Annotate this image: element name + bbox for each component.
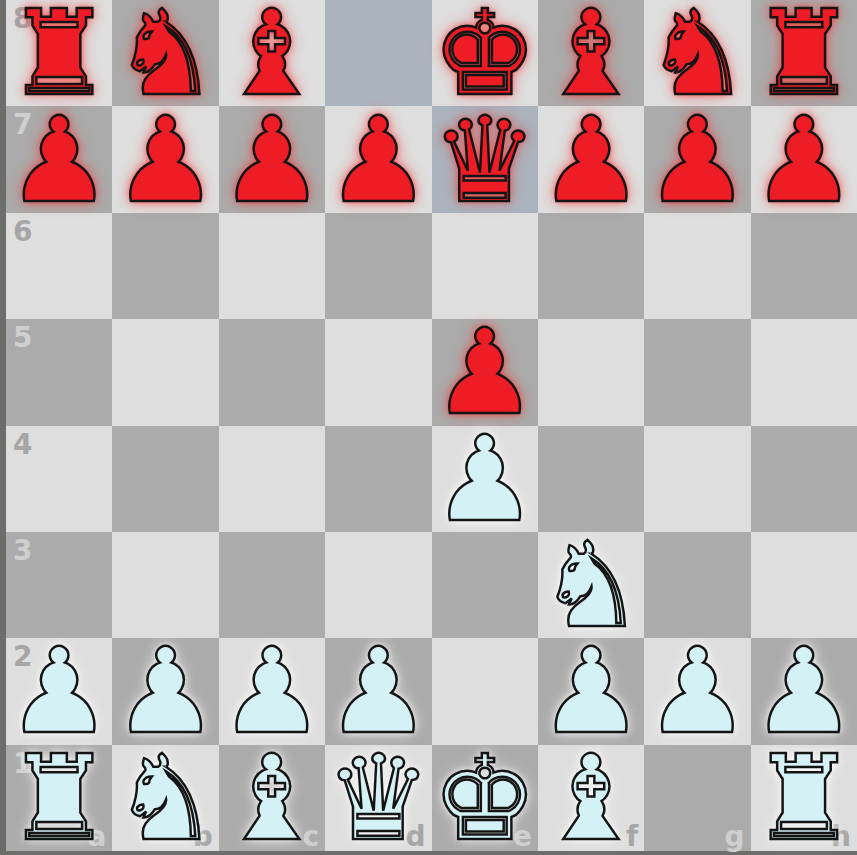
square-a4[interactable]: 4 [6,426,112,532]
piece-white-rook-a1[interactable]: ♜ [6,745,112,851]
square-a7[interactable]: 7♟ [6,106,112,212]
square-g4[interactable] [644,426,750,532]
square-f7[interactable]: ♟ [538,106,644,212]
square-c7[interactable]: ♟ [219,106,325,212]
piece-red-pawn-b7[interactable]: ♟ [112,106,218,212]
square-b6[interactable] [112,213,218,319]
square-c1[interactable]: c♝ [219,745,325,851]
rank-label-3: 3 [13,534,32,567]
square-a1[interactable]: 1a♜ [6,745,112,851]
square-e1[interactable]: e♚ [432,745,538,851]
piece-red-pawn-f7[interactable]: ♟ [538,106,644,212]
piece-white-king-e1[interactable]: ♚ [432,745,538,851]
square-d6[interactable] [325,213,431,319]
piece-white-rook-h1[interactable]: ♜ [751,745,857,851]
square-g7[interactable]: ♟ [644,106,750,212]
square-d5[interactable] [325,319,431,425]
square-b4[interactable] [112,426,218,532]
square-c6[interactable] [219,213,325,319]
square-h5[interactable] [751,319,857,425]
square-d7[interactable]: ♟ [325,106,431,212]
square-d4[interactable] [325,426,431,532]
square-c4[interactable] [219,426,325,532]
piece-white-knight-b1[interactable]: ♞ [112,745,218,851]
piece-red-pawn-g7[interactable]: ♟ [644,106,750,212]
piece-white-bishop-f1[interactable]: ♝ [538,745,644,851]
square-f1[interactable]: f♝ [538,745,644,851]
square-g2[interactable]: ♟ [644,638,750,744]
piece-white-queen-d1[interactable]: ♛ [325,745,431,851]
square-h4[interactable] [751,426,857,532]
piece-red-pawn-h7[interactable]: ♟ [751,106,857,212]
square-b5[interactable] [112,319,218,425]
piece-red-pawn-a7[interactable]: ♟ [6,106,112,212]
file-label-g: g [725,820,745,853]
piece-white-pawn-e4[interactable]: ♟ [432,426,538,532]
square-e4[interactable]: ♟ [432,426,538,532]
square-g6[interactable] [644,213,750,319]
square-a5[interactable]: 5 [6,319,112,425]
square-h7[interactable]: ♟ [751,106,857,212]
piece-red-queen-e7[interactable]: ♛ [432,106,538,212]
square-b7[interactable]: ♟ [112,106,218,212]
piece-red-pawn-d7[interactable]: ♟ [325,106,431,212]
rank-label-4: 4 [13,428,32,461]
square-d1[interactable]: d♛ [325,745,431,851]
square-h6[interactable] [751,213,857,319]
square-h1[interactable]: h♜ [751,745,857,851]
square-g1[interactable]: g [644,745,750,851]
square-f6[interactable] [538,213,644,319]
square-b1[interactable]: b♞ [112,745,218,851]
rank-label-5: 5 [13,321,32,354]
square-f5[interactable] [538,319,644,425]
square-e3[interactable] [432,532,538,638]
square-g5[interactable] [644,319,750,425]
chess-board: 8♜♞♝♚♝♞♜7♟♟♟♟♛♟♟♟65♟4♟3♞2♟♟♟♟♟♟♟1a♜b♞c♝d… [6,0,857,851]
square-c5[interactable] [219,319,325,425]
piece-white-pawn-g2[interactable]: ♟ [644,638,750,744]
chess-app-window: 8♜♞♝♚♝♞♜7♟♟♟♟♛♟♟♟65♟4♟3♞2♟♟♟♟♟♟♟1a♜b♞c♝d… [0,0,857,855]
square-a6[interactable]: 6 [6,213,112,319]
piece-red-pawn-c7[interactable]: ♟ [219,106,325,212]
square-e7[interactable]: ♛ [432,106,538,212]
piece-white-bishop-c1[interactable]: ♝ [219,745,325,851]
